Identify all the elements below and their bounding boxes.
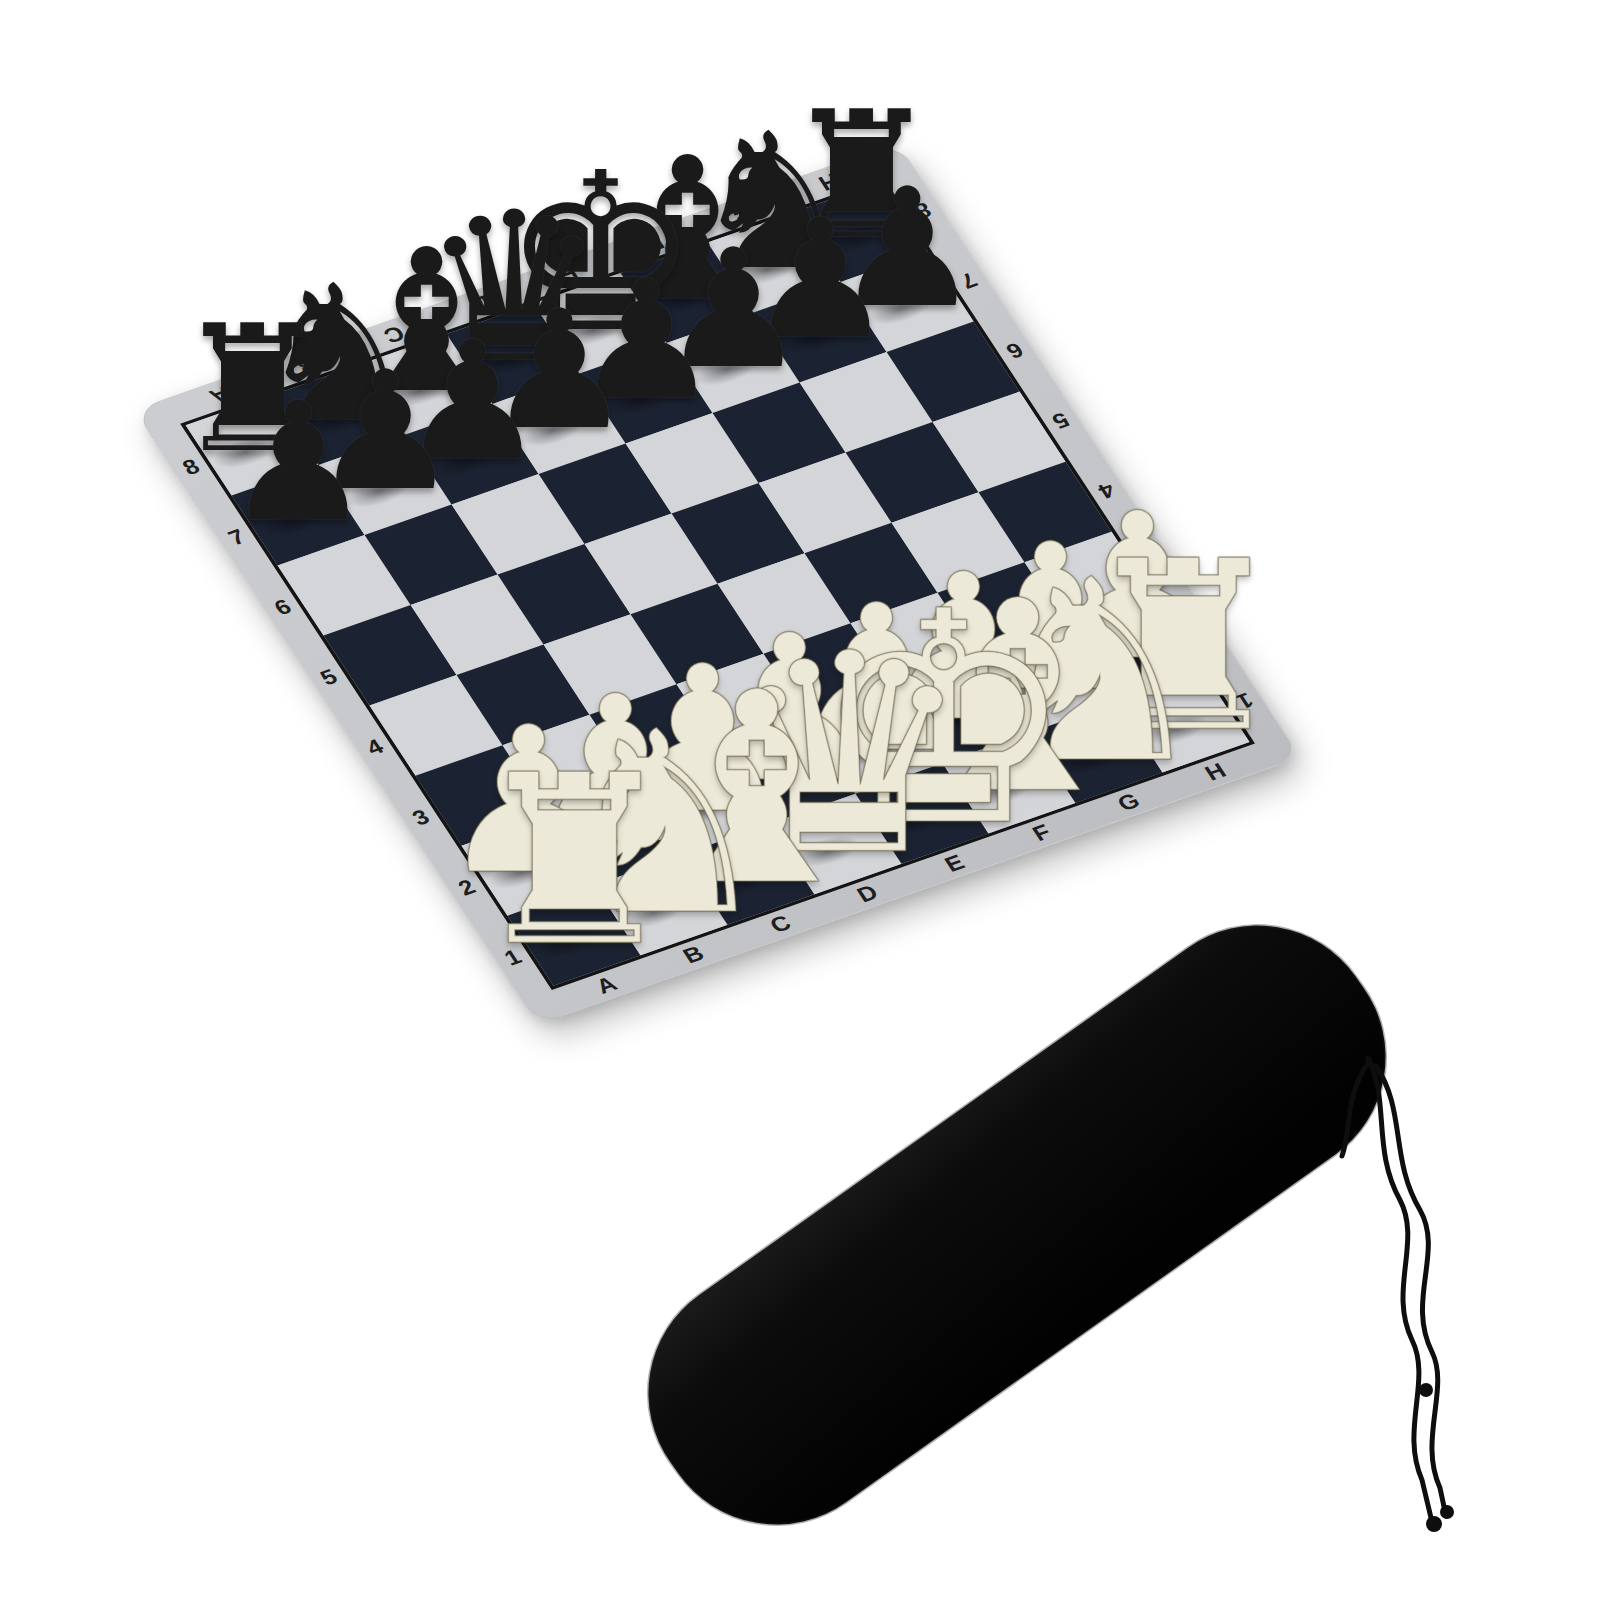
rank-label-left-4: 4	[362, 735, 387, 758]
rank-label-left-5: 5	[316, 665, 341, 688]
bag-body	[601, 878, 1433, 1572]
rank-label-right-6: 6	[1002, 339, 1027, 362]
rank-label-left-6: 6	[270, 595, 295, 618]
rank-label-right-5: 5	[1048, 409, 1073, 432]
chess-pieces: ♜♞♝♚♛♝♞♜♟♟♟♟♟♟♟♟♟♟♟♟♟♟♟♟♜♞♝♚♛♝♞♜	[135, 143, 897, 410]
chess-set-product-photo: AA88BB77CC66DD55EE44FF33GG22HH11 ♜♞♝♚♛♝♞…	[0, 0, 1600, 1600]
piece-black-pawn-a7: ♟	[188, 381, 408, 545]
drawstring-bag	[600, 860, 1550, 1580]
